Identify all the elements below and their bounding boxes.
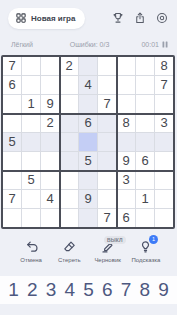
cell-r7c5[interactable] xyxy=(79,171,97,189)
undo-button[interactable]: Отмена xyxy=(12,239,50,263)
cell-r7c9[interactable] xyxy=(155,171,173,189)
numpad-1[interactable]: 1 xyxy=(8,279,19,301)
cell-r6c2[interactable] xyxy=(22,152,40,170)
numpad-2[interactable]: 2 xyxy=(27,279,38,301)
undo-label: Отмена xyxy=(20,257,42,263)
new-game-label: Новая игра xyxy=(31,14,75,23)
cell-r8c4[interactable] xyxy=(60,190,78,208)
cell-r5c8[interactable] xyxy=(136,133,154,151)
sudoku-board: 7286471972683559653749176 xyxy=(1,55,175,229)
cell-r3c8[interactable] xyxy=(136,95,154,113)
cell-r6c8[interactable]: 6 xyxy=(136,152,154,170)
cell-r8c6[interactable] xyxy=(98,190,116,208)
cell-r6c6[interactable] xyxy=(98,152,116,170)
cell-r5c3[interactable] xyxy=(41,133,59,151)
numpad-9[interactable]: 9 xyxy=(158,279,169,301)
hint-count-badge: 1 xyxy=(149,235,158,244)
top-bar: Новая игра xyxy=(8,7,168,29)
cell-r3c6[interactable]: 7 xyxy=(98,95,116,113)
cell-r9c7[interactable]: 6 xyxy=(117,209,135,227)
cell-r1c6[interactable] xyxy=(98,57,116,75)
draft-button[interactable]: ВЫКЛ Черновик xyxy=(89,239,127,263)
draft-off-badge: ВЫКЛ xyxy=(104,236,126,244)
cell-r3c7[interactable] xyxy=(117,95,135,113)
cell-r5c1[interactable]: 5 xyxy=(3,133,21,151)
cell-r7c7[interactable]: 3 xyxy=(117,171,135,189)
cell-r8c1[interactable]: 7 xyxy=(3,190,21,208)
cell-r9c9[interactable] xyxy=(155,209,173,227)
cell-r5c6[interactable] xyxy=(98,133,116,151)
cell-r4c3[interactable]: 2 xyxy=(41,114,59,132)
cell-r2c5[interactable]: 4 xyxy=(79,76,97,94)
cell-r3c5[interactable] xyxy=(79,95,97,113)
cell-r1c5[interactable] xyxy=(79,57,97,75)
numpad-8[interactable]: 8 xyxy=(139,279,150,301)
box-divider-vertical-2 xyxy=(116,57,118,227)
hint-label: Подсказка xyxy=(131,257,160,263)
cell-r3c4[interactable] xyxy=(60,95,78,113)
hint-button[interactable]: 1 Подсказка xyxy=(127,239,165,263)
cell-r2c1[interactable]: 6 xyxy=(3,76,21,94)
trophy-icon[interactable] xyxy=(112,12,124,24)
numpad-6[interactable]: 6 xyxy=(102,279,113,301)
cell-r5c9[interactable] xyxy=(155,133,173,151)
share-icon[interactable] xyxy=(134,12,146,24)
cell-r6c1[interactable] xyxy=(3,152,21,170)
cell-r4c5[interactable]: 6 xyxy=(79,114,97,132)
cell-r2c4[interactable] xyxy=(60,76,78,94)
status-bar: Лёгкий Ошибки: 0/3 00:01 xyxy=(11,41,168,48)
numpad-3[interactable]: 3 xyxy=(46,279,57,301)
erase-button[interactable]: Стереть xyxy=(50,239,88,263)
cell-r4c6[interactable] xyxy=(98,114,116,132)
cell-r1c9[interactable]: 8 xyxy=(155,57,173,75)
eraser-icon xyxy=(62,239,77,254)
cell-r1c7[interactable] xyxy=(117,57,135,75)
cell-r4c4[interactable] xyxy=(60,114,78,132)
cell-r9c6[interactable]: 7 xyxy=(98,209,116,227)
toolbar: Отмена Стереть ВЫКЛ Черновик 1 Подсказка xyxy=(0,239,177,263)
cell-r2c8[interactable] xyxy=(136,76,154,94)
cell-r4c2[interactable] xyxy=(22,114,40,132)
erase-label: Стереть xyxy=(58,257,81,263)
cell-r8c5[interactable]: 9 xyxy=(79,190,97,208)
cell-r7c1[interactable] xyxy=(3,171,21,189)
cell-r9c4[interactable] xyxy=(60,209,78,227)
cell-r8c8[interactable]: 1 xyxy=(136,190,154,208)
cell-r9c3[interactable] xyxy=(41,209,59,227)
cell-r2c9[interactable]: 7 xyxy=(155,76,173,94)
cell-r5c5[interactable] xyxy=(79,133,97,151)
new-game-button[interactable]: Новая игра xyxy=(8,8,85,29)
cell-r6c4[interactable] xyxy=(60,152,78,170)
grid-icon xyxy=(16,13,26,23)
cell-r8c7[interactable] xyxy=(117,190,135,208)
cell-r7c8[interactable] xyxy=(136,171,154,189)
cell-r9c1[interactable] xyxy=(3,209,21,227)
cell-r9c8[interactable] xyxy=(136,209,154,227)
cell-r6c5[interactable]: 5 xyxy=(79,152,97,170)
cell-r6c3[interactable] xyxy=(41,152,59,170)
cell-r5c4[interactable] xyxy=(60,133,78,151)
box-divider-horizontal-2 xyxy=(3,170,173,172)
numpad: 123456789 xyxy=(0,276,177,304)
cell-r1c1[interactable]: 7 xyxy=(3,57,21,75)
cell-r3c1[interactable] xyxy=(3,95,21,113)
cell-r8c9[interactable] xyxy=(155,190,173,208)
mistakes-counter: Ошибки: 0/3 xyxy=(11,41,168,48)
cell-r5c2[interactable] xyxy=(22,133,40,151)
cell-r1c4[interactable]: 2 xyxy=(60,57,78,75)
cell-r5c7[interactable] xyxy=(117,133,135,151)
top-right-icons xyxy=(112,12,168,24)
cell-r4c8[interactable] xyxy=(136,114,154,132)
cell-r2c6[interactable] xyxy=(98,76,116,94)
cell-r8c2[interactable] xyxy=(22,190,40,208)
cell-r9c5[interactable] xyxy=(79,209,97,227)
box-divider-vertical-1 xyxy=(59,57,61,227)
cell-r9c2[interactable] xyxy=(22,209,40,227)
cell-r8c3[interactable]: 4 xyxy=(41,190,59,208)
cell-r7c6[interactable] xyxy=(98,171,116,189)
cell-r3c9[interactable] xyxy=(155,95,173,113)
settings-icon[interactable] xyxy=(156,12,168,24)
cell-r7c2[interactable]: 5 xyxy=(22,171,40,189)
cell-r2c7[interactable] xyxy=(117,76,135,94)
numpad-5[interactable]: 5 xyxy=(83,279,94,301)
cell-r6c7[interactable]: 9 xyxy=(117,152,135,170)
cell-r2c3[interactable] xyxy=(41,76,59,94)
cell-r3c2[interactable]: 1 xyxy=(22,95,40,113)
numpad-4[interactable]: 4 xyxy=(64,279,75,301)
numpad-7[interactable]: 7 xyxy=(121,279,132,301)
cell-r7c4[interactable] xyxy=(60,171,78,189)
cell-r1c2[interactable] xyxy=(22,57,40,75)
cell-r4c7[interactable]: 8 xyxy=(117,114,135,132)
cell-r3c3[interactable]: 9 xyxy=(41,95,59,113)
draft-label: Черновик xyxy=(94,257,121,263)
undo-icon xyxy=(24,239,39,254)
box-divider-horizontal-1 xyxy=(3,113,173,115)
cell-r4c9[interactable]: 3 xyxy=(155,114,173,132)
cell-r2c2[interactable] xyxy=(22,76,40,94)
cell-r1c8[interactable] xyxy=(136,57,154,75)
cell-r6c9[interactable] xyxy=(155,152,173,170)
cell-r4c1[interactable] xyxy=(3,114,21,132)
cell-r7c3[interactable] xyxy=(41,171,59,189)
cell-r1c3[interactable] xyxy=(41,57,59,75)
